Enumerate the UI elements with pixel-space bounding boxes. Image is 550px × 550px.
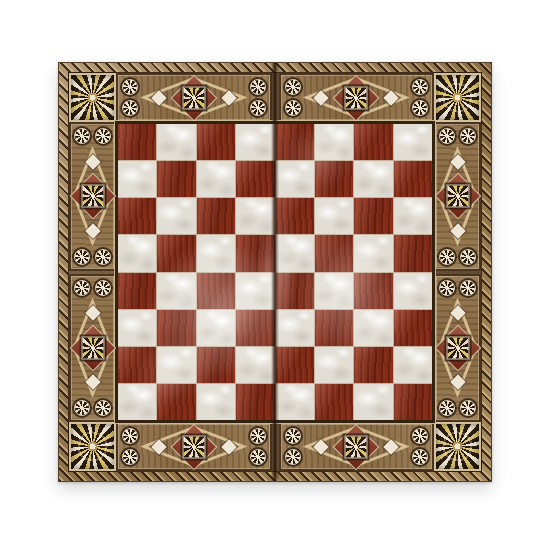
rosette-pair	[246, 424, 270, 469]
rosette-pair	[118, 75, 142, 120]
star-rosette-icon	[81, 185, 104, 208]
square-h2[interactable]	[394, 347, 432, 383]
square-h7[interactable]	[394, 161, 432, 197]
square-g7[interactable]	[354, 161, 392, 197]
edge-panel-top-1	[116, 73, 272, 122]
circle-rosette-icon	[412, 428, 428, 444]
circle-rosette-icon	[285, 79, 301, 95]
square-g1[interactable]	[354, 384, 392, 420]
rosette-pair	[281, 424, 305, 469]
square-a5[interactable]	[118, 235, 156, 271]
circle-rosette-icon	[460, 249, 476, 265]
square-h6[interactable]	[394, 198, 432, 234]
square-b1[interactable]	[157, 384, 195, 420]
edge-panel-bottom-2	[279, 422, 435, 471]
circle-rosette-icon	[250, 449, 266, 465]
corner-star-rosette-icon	[69, 422, 116, 471]
rosette-pair	[70, 396, 115, 420]
edge-panel-right-1	[434, 122, 481, 271]
corner-star-rosette-icon	[69, 73, 116, 122]
circle-rosette-icon	[74, 280, 90, 296]
edge-panel-right-2	[434, 274, 481, 423]
square-h5[interactable]	[394, 235, 432, 271]
square-f7[interactable]	[315, 161, 353, 197]
square-c7[interactable]	[197, 161, 235, 197]
photo-background	[0, 0, 550, 550]
square-h3[interactable]	[394, 310, 432, 346]
circle-rosette-icon	[95, 128, 111, 144]
circle-rosette-icon	[122, 428, 138, 444]
square-c8[interactable]	[197, 124, 235, 160]
circle-rosette-icon	[95, 280, 111, 296]
circle-rosette-icon	[74, 400, 90, 416]
square-e6[interactable]	[276, 198, 314, 234]
circle-rosette-icon	[460, 400, 476, 416]
square-d1[interactable]	[236, 384, 274, 420]
square-f4[interactable]	[315, 273, 353, 309]
circle-rosette-icon	[95, 249, 111, 265]
rosette-pair	[70, 245, 115, 269]
square-h4[interactable]	[394, 273, 432, 309]
circle-rosette-icon	[412, 449, 428, 465]
corner-star-rosette-icon	[434, 73, 481, 122]
circle-rosette-icon	[95, 400, 111, 416]
star-rosette-icon	[345, 86, 368, 109]
chess-board[interactable]	[58, 62, 492, 482]
square-a7[interactable]	[118, 161, 156, 197]
square-a3[interactable]	[118, 310, 156, 346]
square-f1[interactable]	[315, 384, 353, 420]
fold-seam	[271, 63, 279, 481]
square-b6[interactable]	[157, 198, 195, 234]
square-d4[interactable]	[236, 273, 274, 309]
square-e7[interactable]	[276, 161, 314, 197]
square-e1[interactable]	[276, 384, 314, 420]
circle-rosette-icon	[122, 79, 138, 95]
square-g3[interactable]	[354, 310, 392, 346]
square-g5[interactable]	[354, 235, 392, 271]
square-a2[interactable]	[118, 347, 156, 383]
circle-rosette-icon	[74, 249, 90, 265]
rosette-pair	[281, 75, 305, 120]
star-rosette-icon	[446, 185, 469, 208]
circle-rosette-icon	[285, 100, 301, 116]
circle-rosette-icon	[285, 428, 301, 444]
circle-rosette-icon	[250, 100, 266, 116]
edge-panel-top-2	[279, 73, 435, 122]
circle-rosette-icon	[285, 449, 301, 465]
square-b8[interactable]	[157, 124, 195, 160]
square-c6[interactable]	[197, 198, 235, 234]
circle-rosette-icon	[460, 128, 476, 144]
circle-rosette-icon	[74, 128, 90, 144]
circle-rosette-icon	[122, 100, 138, 116]
square-g2[interactable]	[354, 347, 392, 383]
rosette-pair	[70, 124, 115, 148]
square-a8[interactable]	[118, 124, 156, 160]
edge-panel-bottom-1	[116, 422, 272, 471]
square-d5[interactable]	[236, 235, 274, 271]
square-d2[interactable]	[236, 347, 274, 383]
square-g4[interactable]	[354, 273, 392, 309]
square-d6[interactable]	[236, 198, 274, 234]
rosette-pair	[408, 424, 432, 469]
rosette-pair	[246, 75, 270, 120]
square-c1[interactable]	[197, 384, 235, 420]
square-b5[interactable]	[157, 235, 195, 271]
square-a1[interactable]	[118, 384, 156, 420]
square-c5[interactable]	[197, 235, 235, 271]
circle-rosette-icon	[439, 280, 455, 296]
star-rosette-icon	[182, 435, 205, 458]
circle-rosette-icon	[439, 128, 455, 144]
square-b4[interactable]	[157, 273, 195, 309]
rosette-pair	[408, 75, 432, 120]
square-f5[interactable]	[315, 235, 353, 271]
square-b3[interactable]	[157, 310, 195, 346]
square-c2[interactable]	[197, 347, 235, 383]
square-e8[interactable]	[276, 124, 314, 160]
circle-rosette-icon	[250, 79, 266, 95]
circle-rosette-icon	[439, 249, 455, 265]
square-d8[interactable]	[236, 124, 274, 160]
corner-star-rosette-icon	[434, 422, 481, 471]
edge-panel-left-1	[69, 122, 116, 271]
rosette-pair	[435, 124, 480, 148]
circle-rosette-icon	[250, 428, 266, 444]
rosette-pair	[435, 396, 480, 420]
rosette-pair	[435, 276, 480, 300]
square-f6[interactable]	[315, 198, 353, 234]
square-h8[interactable]	[394, 124, 432, 160]
square-f8[interactable]	[315, 124, 353, 160]
square-f3[interactable]	[315, 310, 353, 346]
circle-rosette-icon	[122, 449, 138, 465]
rosette-pair	[118, 424, 142, 469]
square-e4[interactable]	[276, 273, 314, 309]
square-e2[interactable]	[276, 347, 314, 383]
square-d7[interactable]	[236, 161, 274, 197]
square-e5[interactable]	[276, 235, 314, 271]
square-h1[interactable]	[394, 384, 432, 420]
rosette-pair	[70, 276, 115, 300]
border-edge-left	[69, 122, 116, 422]
circle-rosette-icon	[439, 400, 455, 416]
circle-rosette-icon	[412, 100, 428, 116]
square-f2[interactable]	[315, 347, 353, 383]
star-rosette-icon	[182, 86, 205, 109]
circle-rosette-icon	[412, 79, 428, 95]
circle-rosette-icon	[460, 280, 476, 296]
square-d3[interactable]	[236, 310, 274, 346]
star-rosette-icon	[345, 435, 368, 458]
rosette-pair	[435, 245, 480, 269]
square-b2[interactable]	[157, 347, 195, 383]
square-g8[interactable]	[354, 124, 392, 160]
square-c4[interactable]	[197, 273, 235, 309]
square-c3[interactable]	[197, 310, 235, 346]
square-e3[interactable]	[276, 310, 314, 346]
square-b7[interactable]	[157, 161, 195, 197]
star-rosette-icon	[81, 336, 104, 359]
edge-panel-left-2	[69, 274, 116, 423]
border-edge-right	[434, 122, 481, 422]
square-g6[interactable]	[354, 198, 392, 234]
square-a6[interactable]	[118, 198, 156, 234]
square-a4[interactable]	[118, 273, 156, 309]
star-rosette-icon	[446, 336, 469, 359]
